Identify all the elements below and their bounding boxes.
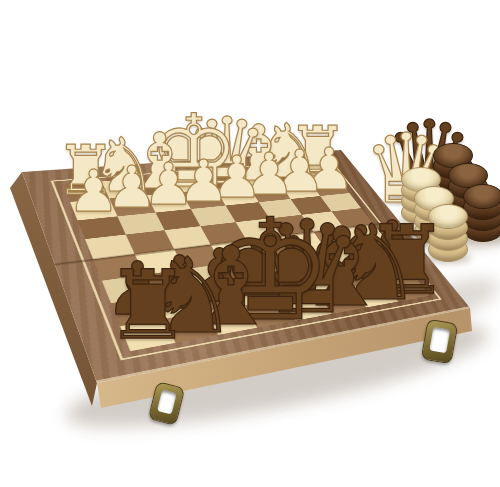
chess-board [63, 164, 430, 351]
checker-disc-light [414, 186, 454, 211]
checker-disc-light [401, 178, 441, 203]
checker-disc-light [414, 197, 454, 222]
checker-disc-dark [433, 143, 473, 168]
checker-disc-dark [433, 176, 473, 201]
piece-shadow [386, 193, 426, 204]
checker-disc-dark [433, 154, 473, 179]
piece-shadow [409, 183, 449, 194]
clasp-hole [157, 390, 177, 415]
extra-dark-queen: ♛ [384, 108, 474, 208]
checker-stack-shadow [430, 191, 476, 203]
checker-disc-dark [448, 174, 488, 199]
checker-disc-dark [433, 165, 473, 190]
checker-disc-light [401, 189, 441, 214]
checker-disc-dark [448, 196, 488, 221]
checker-disc-dark [448, 163, 488, 188]
checker-disc-dark [463, 184, 500, 209]
product-photo-scene: ♜♞♝♚♛♝♞♜♟♟♟♟♟♟♟♟♟♟♟♟♟♟♟♟♜♞♝♚♛♝♞♜♛♛ [0, 0, 500, 487]
clasp-hole [429, 327, 450, 354]
checker-disc-light [401, 167, 441, 192]
checker-disc-dark [463, 195, 500, 220]
checker-disc-dark [448, 185, 488, 210]
